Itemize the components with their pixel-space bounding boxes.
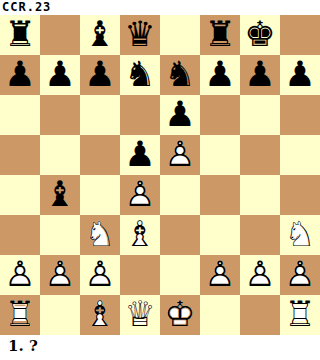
square-a2[interactable]: ♟♙ <box>0 255 40 295</box>
square-g8[interactable]: ♚ <box>240 15 280 55</box>
square-e2[interactable] <box>160 255 200 295</box>
square-d2[interactable] <box>120 255 160 295</box>
piece-glyph: ♟ <box>160 95 200 135</box>
piece-glyph: ♜ <box>0 15 40 55</box>
piece-outline: ♙ <box>200 255 240 295</box>
piece-fill: ♟ <box>280 255 320 295</box>
piece-glyph: ♟ <box>40 55 80 95</box>
piece-fill: ♜ <box>280 295 320 335</box>
square-h4[interactable] <box>280 175 320 215</box>
piece-fill: ♟ <box>200 255 240 295</box>
piece-fill: ♝ <box>120 215 160 255</box>
square-e5[interactable]: ♟♙ <box>160 135 200 175</box>
square-g1[interactable] <box>240 295 280 335</box>
piece-glyph: ♟ <box>120 135 160 175</box>
piece-glyph: ♞ <box>120 55 160 95</box>
square-a5[interactable] <box>0 135 40 175</box>
square-e3[interactable] <box>160 215 200 255</box>
square-g4[interactable] <box>240 175 280 215</box>
square-f2[interactable]: ♟♙ <box>200 255 240 295</box>
square-e7[interactable]: ♞ <box>160 55 200 95</box>
square-b3[interactable] <box>40 215 80 255</box>
square-c6[interactable] <box>80 95 120 135</box>
square-h8[interactable] <box>280 15 320 55</box>
piece-fill: ♚ <box>160 295 200 335</box>
square-b6[interactable] <box>40 95 80 135</box>
square-e8[interactable] <box>160 15 200 55</box>
square-h1[interactable]: ♜♖ <box>280 295 320 335</box>
square-b2[interactable]: ♟♙ <box>40 255 80 295</box>
move-prompt: 1. ? <box>8 337 38 355</box>
piece-fill: ♟ <box>0 255 40 295</box>
piece-fill: ♟ <box>240 255 280 295</box>
square-f1[interactable] <box>200 295 240 335</box>
square-g3[interactable] <box>240 215 280 255</box>
piece-outline: ♘ <box>80 215 120 255</box>
square-d3[interactable]: ♝♗ <box>120 215 160 255</box>
piece-outline: ♙ <box>160 135 200 175</box>
piece-outline: ♗ <box>120 215 160 255</box>
piece-glyph: ♝ <box>80 15 120 55</box>
square-c5[interactable] <box>80 135 120 175</box>
piece-outline: ♗ <box>80 295 120 335</box>
square-f5[interactable] <box>200 135 240 175</box>
square-b1[interactable] <box>40 295 80 335</box>
square-e6[interactable]: ♟ <box>160 95 200 135</box>
diagram-title: CCR.23 <box>2 0 51 15</box>
square-h5[interactable] <box>280 135 320 175</box>
square-c8[interactable]: ♝ <box>80 15 120 55</box>
square-g2[interactable]: ♟♙ <box>240 255 280 295</box>
square-d8[interactable]: ♛ <box>120 15 160 55</box>
square-h6[interactable] <box>280 95 320 135</box>
piece-outline: ♘ <box>280 215 320 255</box>
piece-glyph: ♞ <box>160 55 200 95</box>
piece-glyph: ♟ <box>240 55 280 95</box>
piece-glyph: ♛ <box>120 15 160 55</box>
square-h3[interactable]: ♞♘ <box>280 215 320 255</box>
square-a8[interactable]: ♜ <box>0 15 40 55</box>
piece-outline: ♕ <box>120 295 160 335</box>
square-f8[interactable]: ♜ <box>200 15 240 55</box>
square-e1[interactable]: ♚♔ <box>160 295 200 335</box>
piece-fill: ♞ <box>280 215 320 255</box>
piece-fill: ♟ <box>160 135 200 175</box>
square-f7[interactable]: ♟ <box>200 55 240 95</box>
square-c4[interactable] <box>80 175 120 215</box>
square-c1[interactable]: ♝♗ <box>80 295 120 335</box>
piece-fill: ♝ <box>80 295 120 335</box>
square-c2[interactable]: ♟♙ <box>80 255 120 295</box>
square-g7[interactable]: ♟ <box>240 55 280 95</box>
piece-glyph: ♟ <box>280 55 320 95</box>
square-d1[interactable]: ♛♕ <box>120 295 160 335</box>
square-h2[interactable]: ♟♙ <box>280 255 320 295</box>
piece-fill: ♟ <box>120 175 160 215</box>
piece-glyph: ♟ <box>0 55 40 95</box>
square-f3[interactable] <box>200 215 240 255</box>
square-h7[interactable]: ♟ <box>280 55 320 95</box>
piece-outline: ♙ <box>280 255 320 295</box>
square-f6[interactable] <box>200 95 240 135</box>
square-c3[interactable]: ♞♘ <box>80 215 120 255</box>
square-g5[interactable] <box>240 135 280 175</box>
square-d6[interactable] <box>120 95 160 135</box>
piece-outline: ♔ <box>160 295 200 335</box>
square-b8[interactable] <box>40 15 80 55</box>
square-a3[interactable] <box>0 215 40 255</box>
piece-outline: ♙ <box>0 255 40 295</box>
piece-glyph: ♟ <box>80 55 120 95</box>
chess-board: ♜♝♛♜♚♟♟♟♞♞♟♟♟♟♟♟♙♝♟♙♞♘♝♗♞♘♟♙♟♙♟♙♟♙♟♙♟♙♜♖… <box>0 15 320 335</box>
square-b5[interactable] <box>40 135 80 175</box>
piece-fill: ♟ <box>40 255 80 295</box>
square-d7[interactable]: ♞ <box>120 55 160 95</box>
piece-fill: ♞ <box>80 215 120 255</box>
piece-glyph: ♜ <box>200 15 240 55</box>
piece-outline: ♖ <box>280 295 320 335</box>
chess-diagram-page: CCR.23 ♜♝♛♜♚♟♟♟♞♞♟♟♟♟♟♟♙♝♟♙♞♘♝♗♞♘♟♙♟♙♟♙♟… <box>0 0 320 360</box>
piece-glyph: ♝ <box>40 175 80 215</box>
piece-outline: ♖ <box>0 295 40 335</box>
piece-outline: ♙ <box>40 255 80 295</box>
piece-fill: ♜ <box>0 295 40 335</box>
square-d5[interactable]: ♟ <box>120 135 160 175</box>
piece-fill: ♟ <box>80 255 120 295</box>
square-b7[interactable]: ♟ <box>40 55 80 95</box>
square-a6[interactable] <box>0 95 40 135</box>
square-e4[interactable] <box>160 175 200 215</box>
square-b4[interactable]: ♝ <box>40 175 80 215</box>
piece-outline: ♙ <box>240 255 280 295</box>
square-a1[interactable]: ♜♖ <box>0 295 40 335</box>
square-c7[interactable]: ♟ <box>80 55 120 95</box>
square-a7[interactable]: ♟ <box>0 55 40 95</box>
piece-outline: ♙ <box>120 175 160 215</box>
square-a4[interactable] <box>0 175 40 215</box>
piece-outline: ♙ <box>80 255 120 295</box>
piece-glyph: ♚ <box>240 15 280 55</box>
square-d4[interactable]: ♟♙ <box>120 175 160 215</box>
square-g6[interactable] <box>240 95 280 135</box>
piece-glyph: ♟ <box>200 55 240 95</box>
square-f4[interactable] <box>200 175 240 215</box>
piece-fill: ♛ <box>120 295 160 335</box>
